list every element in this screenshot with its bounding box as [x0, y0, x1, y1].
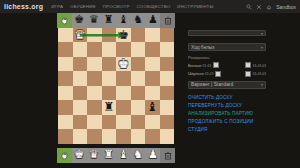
square-c2[interactable]: [87, 115, 102, 130]
spare-tray-white: ♚♛♜♝♞♟: [57, 148, 175, 163]
chevron-down-icon: ▾: [261, 45, 263, 50]
piece-black-knight: ♞: [133, 13, 143, 28]
editor-panel: ▾ Ход белых▾ Рокировка Белые O-OO-O-OЧёр…: [188, 30, 266, 132]
position-preset-select[interactable]: ▾: [188, 30, 266, 36]
piece-black-queen: ♛: [89, 13, 99, 28]
square-d3[interactable]: ♜: [102, 100, 117, 115]
nav-item-4[interactable]: Сообщество: [137, 4, 171, 9]
spare-white-king[interactable]: ♚: [72, 148, 87, 163]
chevron-down-icon: ▾: [261, 82, 263, 87]
trash-tool-black[interactable]: [160, 13, 175, 28]
square-f4[interactable]: [131, 86, 146, 101]
main-nav: ИграОбучениеПросмотрСообществоИнструмент…: [51, 4, 213, 9]
castling-label: O-O-O: [253, 63, 266, 68]
castling-checkbox[interactable]: [245, 62, 251, 68]
turn-select[interactable]: Ход белых▾: [188, 43, 266, 51]
challenge-icon[interactable]: [256, 4, 262, 10]
spare-white-rook[interactable]: ♜: [101, 148, 116, 163]
square-f7[interactable]: [131, 42, 146, 57]
square-g3[interactable]: ♝: [145, 100, 160, 115]
spare-black-pawn[interactable]: ♟: [146, 13, 161, 28]
square-a1[interactable]: [58, 129, 73, 144]
square-h2[interactable]: [160, 115, 175, 130]
square-e4[interactable]: [116, 86, 131, 101]
square-c1[interactable]: [87, 129, 102, 144]
top-header: lichess.org ИграОбучениеПросмотрСообщест…: [0, 0, 300, 13]
square-e3[interactable]: [116, 100, 131, 115]
square-h4[interactable]: [160, 86, 175, 101]
editor-action-links: Очистить доскуПеревернуть доскуАнализиро…: [188, 95, 266, 133]
piece-white-king[interactable]: ♚: [116, 57, 131, 72]
castling-checkbox[interactable]: [213, 62, 219, 68]
castling-options: Белые O-OO-O-OЧёрные O-OO-O-O: [188, 62, 266, 77]
spare-white-bishop[interactable]: ♝: [116, 148, 131, 163]
hand-icon: [60, 16, 69, 25]
square-a8[interactable]: [58, 28, 73, 43]
square-g1[interactable]: [145, 129, 160, 144]
square-d1[interactable]: [102, 129, 117, 144]
square-f3[interactable]: [131, 100, 146, 115]
square-a6[interactable]: [58, 57, 73, 72]
square-f6[interactable]: [131, 57, 146, 72]
editor-link-2[interactable]: Перевернуть доску: [188, 103, 266, 108]
username[interactable]: Sandbox: [276, 4, 296, 10]
piece-black-rook: ♜: [104, 13, 114, 28]
nav-item-3[interactable]: Просмотр: [103, 4, 130, 9]
square-f5[interactable]: [131, 71, 146, 86]
square-h6[interactable]: [160, 57, 175, 72]
square-h8[interactable]: [160, 28, 175, 43]
piece-black-bishop: ♝: [118, 13, 128, 28]
piece-white-queen: ♛: [89, 148, 99, 163]
editor-link-4[interactable]: Продолжить с позиции: [188, 119, 266, 124]
spare-white-queen[interactable]: ♛: [87, 148, 102, 163]
square-b7[interactable]: [73, 42, 88, 57]
editor-link-1[interactable]: Очистить доску: [188, 95, 266, 100]
nav-item-2[interactable]: Обучение: [70, 4, 96, 9]
square-c4[interactable]: [87, 86, 102, 101]
spare-black-rook[interactable]: ♜: [101, 13, 116, 28]
pointer-tool-white[interactable]: [57, 148, 72, 163]
piece-black-king: ♚: [74, 13, 84, 28]
square-b5[interactable]: [73, 71, 88, 86]
square-b1[interactable]: [73, 129, 88, 144]
square-c6[interactable]: [87, 57, 102, 72]
square-a3[interactable]: [58, 100, 73, 115]
hand-icon: [60, 151, 69, 160]
square-g4[interactable]: [145, 86, 160, 101]
square-d6[interactable]: [102, 57, 117, 72]
spare-white-knight[interactable]: ♞: [131, 148, 146, 163]
square-e2[interactable]: [116, 115, 131, 130]
square-g7[interactable]: [145, 42, 160, 57]
spare-black-bishop[interactable]: ♝: [116, 13, 131, 28]
spare-black-queen[interactable]: ♛: [87, 13, 102, 28]
square-d7[interactable]: [102, 42, 117, 57]
piece-white-rook: ♜: [104, 148, 114, 163]
square-d2[interactable]: [102, 115, 117, 130]
castling-checkbox[interactable]: [215, 71, 221, 77]
piece-white-queen[interactable]: ♛: [73, 28, 88, 43]
square-a7[interactable]: [58, 42, 73, 57]
piece-black-king[interactable]: ♚: [116, 28, 131, 43]
castling-label: Белые O-O: [188, 63, 211, 68]
chevron-down-icon: ▾: [261, 31, 263, 36]
square-d5[interactable]: [102, 71, 117, 86]
square-e5[interactable]: [116, 71, 131, 86]
piece-black-rook[interactable]: ♜: [102, 100, 117, 115]
spare-white-pawn[interactable]: ♟: [146, 148, 161, 163]
piece-white-bishop: ♝: [118, 148, 128, 163]
search-icon[interactable]: [246, 4, 252, 10]
square-c8[interactable]: [87, 28, 102, 43]
piece-white-pawn: ♟: [148, 148, 158, 163]
castling-row-1: Белые O-OO-O-O: [188, 62, 266, 68]
spare-black-knight[interactable]: ♞: [131, 13, 146, 28]
square-b2[interactable]: [73, 115, 88, 130]
square-e7[interactable]: [116, 42, 131, 57]
square-f8[interactable]: [131, 28, 146, 43]
square-e6[interactable]: ♚: [116, 57, 131, 72]
trash-tool-white[interactable]: [160, 148, 175, 163]
square-e8[interactable]: ♚: [116, 28, 131, 43]
castling-label: Чёрные O-O: [188, 71, 213, 76]
square-g2[interactable]: [145, 115, 160, 130]
piece-white-king: ♚: [74, 148, 84, 163]
square-g5[interactable]: [145, 71, 160, 86]
chess-board: ♛♚♚♜♝: [58, 28, 174, 144]
spare-black-king[interactable]: ♚: [72, 13, 87, 28]
trash-icon: [164, 16, 172, 25]
castling-checkbox[interactable]: [245, 71, 251, 77]
piece-black-bishop[interactable]: ♝: [145, 100, 160, 115]
square-g8[interactable]: [145, 28, 160, 43]
nav-item-1[interactable]: Игра: [51, 4, 63, 9]
square-d8[interactable]: [102, 28, 117, 43]
editor-link-5[interactable]: Студия: [188, 127, 266, 132]
square-c3[interactable]: [87, 100, 102, 115]
square-h3[interactable]: [160, 100, 175, 115]
nav-item-5[interactable]: Инструменты: [177, 4, 213, 9]
square-h1[interactable]: [160, 129, 175, 144]
castling-row-2: Чёрные O-OO-O-O: [188, 71, 266, 77]
square-b8[interactable]: ♛: [73, 28, 88, 43]
castling-title: Рокировка: [188, 55, 266, 60]
square-d4[interactable]: [102, 86, 117, 101]
square-h7[interactable]: [160, 42, 175, 57]
square-e1[interactable]: [116, 129, 131, 144]
square-c7[interactable]: [87, 42, 102, 57]
square-b3[interactable]: [73, 100, 88, 115]
square-a5[interactable]: [58, 71, 73, 86]
square-h5[interactable]: [160, 71, 175, 86]
square-c5[interactable]: [87, 71, 102, 86]
lichess-logo[interactable]: lichess.org: [4, 3, 43, 10]
piece-white-knight: ♞: [133, 148, 143, 163]
square-b4[interactable]: [73, 86, 88, 101]
editor-link-3[interactable]: Анализировать партию: [188, 111, 266, 116]
notifications-icon[interactable]: [266, 4, 272, 10]
pointer-tool-black[interactable]: [57, 13, 72, 28]
square-f2[interactable]: [131, 115, 146, 130]
square-f1[interactable]: [131, 129, 146, 144]
trash-icon: [164, 151, 172, 160]
castling-label: O-O-O: [253, 71, 266, 76]
square-a4[interactable]: [58, 86, 73, 101]
spare-tray-black: ♚♛♜♝♞♟: [57, 13, 175, 28]
square-a2[interactable]: [58, 115, 73, 130]
variant-select[interactable]: Вариант | Standard▾: [188, 81, 266, 89]
piece-black-pawn: ♟: [148, 13, 158, 28]
square-b6[interactable]: [73, 57, 88, 72]
square-g6[interactable]: [145, 57, 160, 72]
